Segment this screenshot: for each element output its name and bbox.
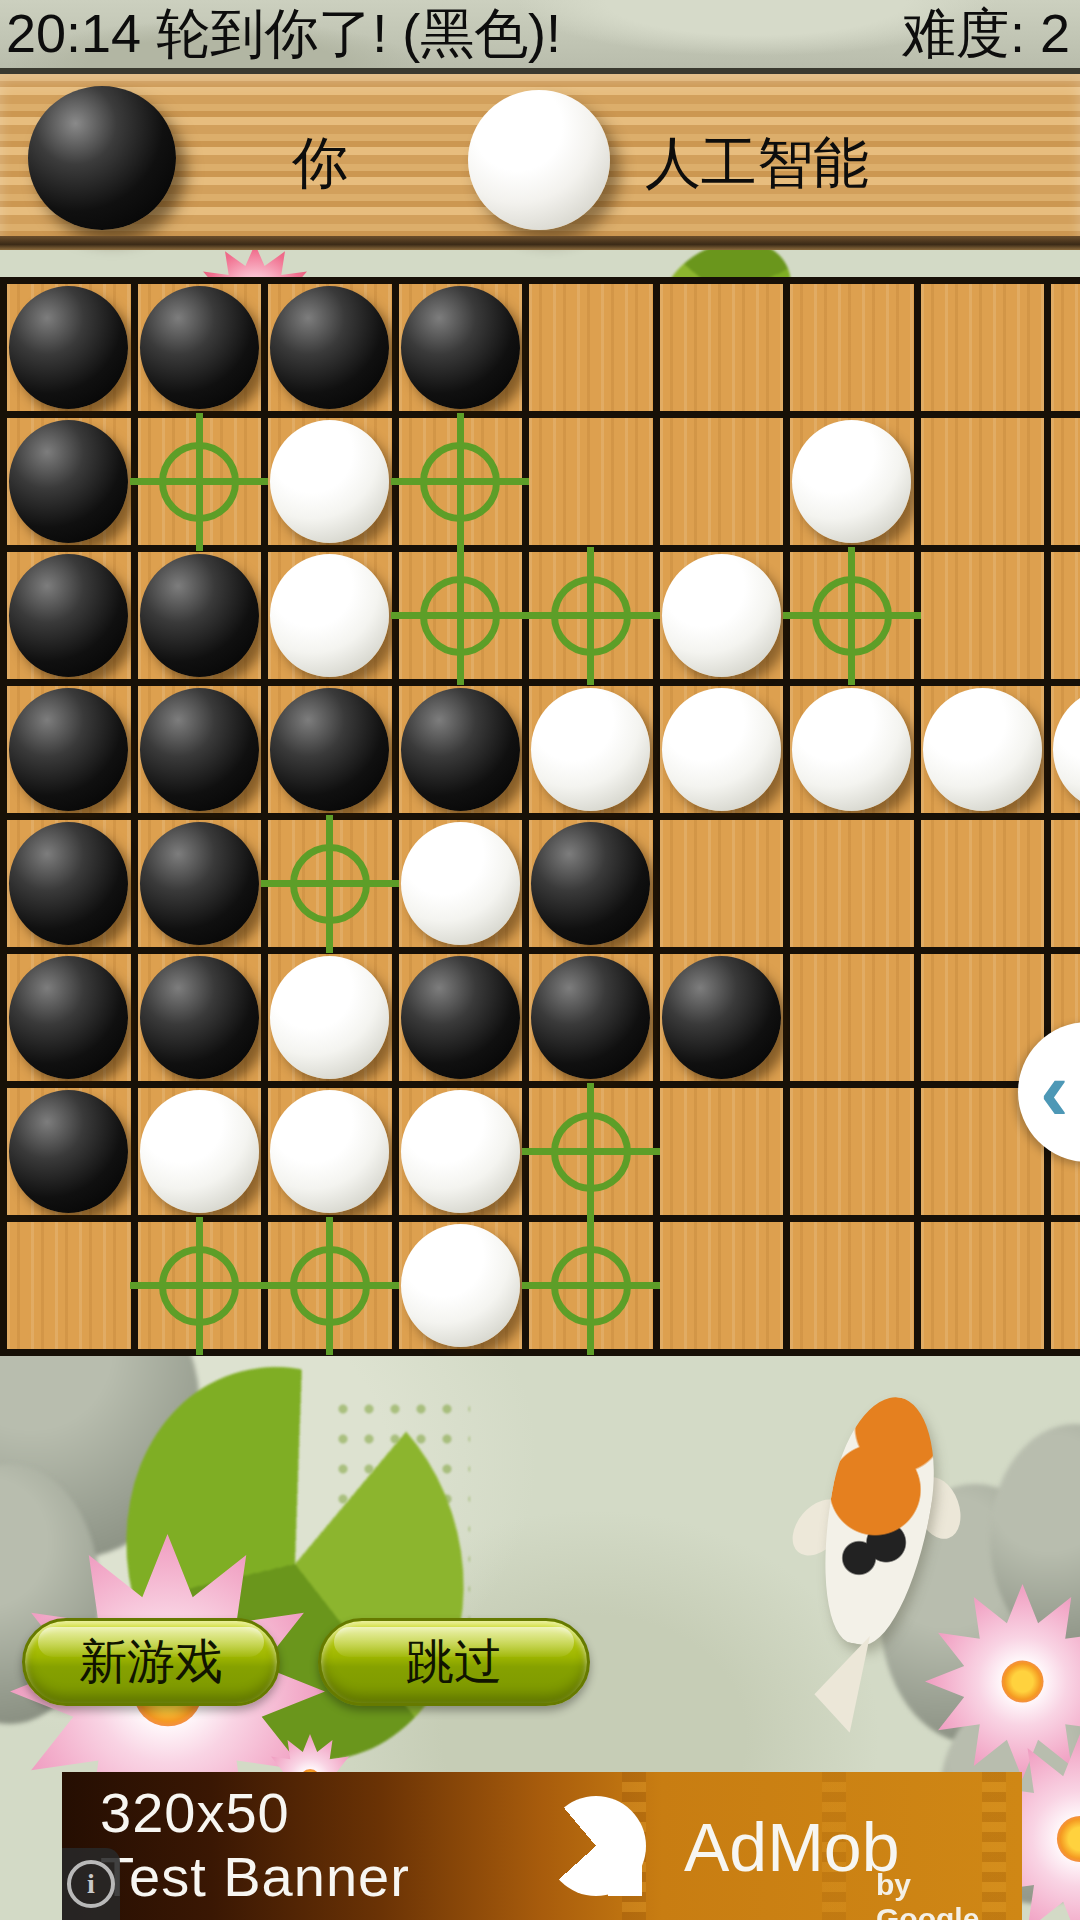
black-stone xyxy=(401,688,520,811)
legal-move-hint[interactable] xyxy=(420,442,500,522)
board-cell[interactable] xyxy=(660,1088,784,1215)
black-stone xyxy=(9,286,128,409)
board-cell[interactable] xyxy=(921,418,1045,545)
board-cell[interactable] xyxy=(399,686,523,813)
legal-move-hint[interactable] xyxy=(159,1246,239,1326)
board-cell[interactable] xyxy=(921,552,1045,679)
admob-logo-notch xyxy=(608,1854,642,1896)
status-bar: 20:14 轮到你了! (黑色)! 难度: 2 xyxy=(0,0,1080,74)
player-panel: 你 人工智能 xyxy=(0,74,1080,250)
board-cell[interactable] xyxy=(399,1088,523,1215)
board-cell[interactable] xyxy=(268,1222,392,1349)
black-stone xyxy=(140,822,259,945)
black-stone xyxy=(270,688,389,811)
board-cell[interactable] xyxy=(529,820,653,947)
board-cell[interactable] xyxy=(138,284,262,411)
board-cell[interactable] xyxy=(790,686,914,813)
board-cell[interactable] xyxy=(7,284,131,411)
admob-brand-text: AdMob xyxy=(684,1808,899,1886)
board-cell[interactable] xyxy=(138,954,262,1081)
board-cell[interactable] xyxy=(138,1222,262,1349)
koi-body xyxy=(807,1389,949,1653)
black-stone xyxy=(9,688,128,811)
white-stone xyxy=(531,688,650,811)
board-cell[interactable] xyxy=(529,686,653,813)
board-cell[interactable] xyxy=(1051,820,1080,947)
board-cell[interactable] xyxy=(7,820,131,947)
black-stone xyxy=(28,86,176,230)
board-cell[interactable] xyxy=(529,954,653,1081)
board-cell[interactable] xyxy=(529,1088,653,1215)
board-cell[interactable] xyxy=(529,284,653,411)
skip-label: 跳过 xyxy=(406,1630,502,1694)
board-cell[interactable] xyxy=(921,686,1045,813)
board-cell[interactable] xyxy=(268,686,392,813)
board-cell[interactable] xyxy=(1051,552,1080,679)
white-stone xyxy=(923,688,1042,811)
info-icon: i xyxy=(67,1860,115,1908)
black-stone xyxy=(662,956,781,1079)
board-cell[interactable] xyxy=(7,552,131,679)
board-cell[interactable] xyxy=(138,820,262,947)
legal-move-hint[interactable] xyxy=(812,576,892,656)
new-game-label: 新游戏 xyxy=(79,1630,223,1694)
board-cell[interactable] xyxy=(7,954,131,1081)
black-stone xyxy=(9,956,128,1079)
white-stone xyxy=(401,1090,520,1213)
turn-status-text: 20:14 轮到你了! (黑色)! xyxy=(0,0,561,71)
admob-byline-text: by Google xyxy=(876,1868,1022,1920)
panel-edge xyxy=(0,236,1080,250)
board-cell[interactable] xyxy=(921,1222,1045,1349)
legal-move-hint[interactable] xyxy=(551,1246,631,1326)
white-stone xyxy=(468,90,610,230)
board-cell[interactable] xyxy=(660,552,784,679)
ad-banner-text: Test Banner xyxy=(100,1844,410,1909)
board-cell[interactable] xyxy=(1051,418,1080,545)
white-stone xyxy=(140,1090,259,1213)
white-stone xyxy=(401,1224,520,1347)
black-stone xyxy=(140,688,259,811)
board-cell[interactable] xyxy=(790,954,914,1081)
black-stone xyxy=(401,286,520,409)
board-cell[interactable] xyxy=(138,1088,262,1215)
chevron-left-icon: ‹ xyxy=(1040,1022,1069,1158)
board-cell[interactable] xyxy=(660,1222,784,1349)
player-ai-label: 人工智能 xyxy=(645,126,869,202)
black-stone xyxy=(401,956,520,1079)
legal-move-hint[interactable] xyxy=(290,844,370,924)
black-stone xyxy=(9,554,128,677)
board-cell[interactable] xyxy=(1051,284,1080,411)
board-cell[interactable] xyxy=(660,418,784,545)
board-cell[interactable] xyxy=(660,820,784,947)
legal-move-hint[interactable] xyxy=(290,1246,370,1326)
white-stone xyxy=(792,420,911,543)
board-cell[interactable] xyxy=(399,552,523,679)
player-you-label: 你 xyxy=(292,126,348,202)
black-stone xyxy=(531,956,650,1079)
legal-move-hint[interactable] xyxy=(551,1112,631,1192)
black-stone xyxy=(9,822,128,945)
board-cell[interactable] xyxy=(399,954,523,1081)
board-cell[interactable] xyxy=(660,954,784,1081)
board-cell[interactable] xyxy=(399,1222,523,1349)
board-cell[interactable] xyxy=(790,552,914,679)
board-cell[interactable] xyxy=(399,284,523,411)
white-stone xyxy=(270,420,389,543)
game-board xyxy=(0,277,1080,1356)
board-cell[interactable] xyxy=(268,954,392,1081)
board-cell[interactable] xyxy=(138,686,262,813)
legal-move-hint[interactable] xyxy=(551,576,631,656)
board-cell[interactable] xyxy=(1051,686,1080,813)
white-stone xyxy=(792,688,911,811)
board-cell[interactable] xyxy=(268,552,392,679)
board-cell[interactable] xyxy=(790,1088,914,1215)
board-cell[interactable] xyxy=(268,1088,392,1215)
ad-size-text: 320x50 xyxy=(100,1780,290,1845)
board-cell[interactable] xyxy=(268,820,392,947)
ad-info-button[interactable]: i xyxy=(62,1848,120,1920)
board-cell[interactable] xyxy=(790,284,914,411)
board-cell[interactable] xyxy=(7,686,131,813)
board-cell[interactable] xyxy=(790,820,914,947)
white-stone xyxy=(270,1090,389,1213)
legal-move-hint[interactable] xyxy=(159,442,239,522)
white-stone xyxy=(662,554,781,677)
black-stone xyxy=(270,286,389,409)
board-cell[interactable] xyxy=(268,418,392,545)
skip-button[interactable]: 跳过 xyxy=(318,1618,590,1706)
board-cell[interactable] xyxy=(7,1088,131,1215)
board-grid xyxy=(0,277,1080,1356)
app-screen: 20:14 轮到你了! (黑色)! 难度: 2 你 人工智能 ‹ 新游戏 跳过 … xyxy=(0,0,1080,1920)
white-stone xyxy=(401,822,520,945)
black-stone xyxy=(9,1090,128,1213)
black-stone xyxy=(140,554,259,677)
black-stone xyxy=(531,822,650,945)
board-cell[interactable] xyxy=(921,820,1045,947)
board-cell[interactable] xyxy=(7,418,131,545)
board-cell[interactable] xyxy=(529,1222,653,1349)
white-stone xyxy=(1053,688,1080,811)
board-cell[interactable] xyxy=(138,552,262,679)
board-cell[interactable] xyxy=(1051,1222,1080,1349)
board-cell[interactable] xyxy=(268,284,392,411)
board-cell[interactable] xyxy=(7,1222,131,1349)
board-cell[interactable] xyxy=(790,1222,914,1349)
black-stone xyxy=(140,956,259,1079)
legal-move-hint[interactable] xyxy=(420,576,500,656)
board-cell[interactable] xyxy=(921,284,1045,411)
new-game-button[interactable]: 新游戏 xyxy=(22,1618,280,1706)
black-stone xyxy=(9,420,128,543)
admob-logo-icon xyxy=(546,1796,650,1900)
board-cell[interactable] xyxy=(790,418,914,545)
white-stone xyxy=(270,554,389,677)
board-cell[interactable] xyxy=(529,552,653,679)
board-cell[interactable] xyxy=(399,418,523,545)
difficulty-label: 难度: 2 xyxy=(902,0,1080,71)
white-stone xyxy=(662,688,781,811)
ad-banner[interactable]: 320x50 Test Banner AdMob by Google xyxy=(62,1772,1022,1920)
black-stone xyxy=(140,286,259,409)
board-cell[interactable] xyxy=(660,284,784,411)
white-stone xyxy=(270,956,389,1079)
board-cell[interactable] xyxy=(529,418,653,545)
board-cell[interactable] xyxy=(660,686,784,813)
board-cell[interactable] xyxy=(399,820,523,947)
board-cell[interactable] xyxy=(138,418,262,545)
